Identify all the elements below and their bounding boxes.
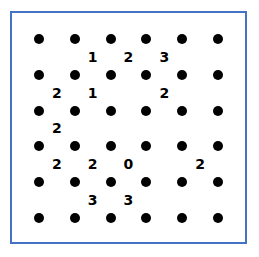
grid-dot bbox=[106, 34, 116, 44]
grid-dot bbox=[106, 141, 116, 151]
edge-gap bbox=[151, 141, 177, 151]
grid-dot bbox=[70, 34, 80, 44]
clue-cell-r1c2: 1 bbox=[80, 44, 106, 70]
clue-cell-r5c4 bbox=[151, 187, 177, 213]
edge-gap bbox=[80, 34, 106, 44]
grid-dot bbox=[34, 177, 44, 187]
clue-cell-r1c3: 2 bbox=[116, 44, 142, 70]
edge-gap bbox=[34, 187, 44, 213]
edge-gap bbox=[106, 187, 116, 213]
edge-gap bbox=[187, 34, 213, 44]
clue-cell-r1c4: 3 bbox=[151, 44, 177, 70]
clue-cell-r1c1 bbox=[44, 44, 70, 70]
grid-dot bbox=[213, 70, 223, 80]
edge-gap bbox=[34, 116, 44, 142]
grid-dot bbox=[213, 213, 223, 223]
edge-gap bbox=[34, 44, 44, 70]
edge-gap bbox=[44, 106, 70, 116]
edge-gap bbox=[151, 177, 177, 187]
clue-cell-r3c3 bbox=[116, 116, 142, 142]
grid-dot bbox=[34, 70, 44, 80]
edge-gap bbox=[106, 80, 116, 106]
grid-dot bbox=[70, 177, 80, 187]
grid-dot bbox=[106, 70, 116, 80]
grid-dot bbox=[34, 141, 44, 151]
edge-gap bbox=[44, 141, 70, 151]
grid-dot bbox=[213, 106, 223, 116]
edge-gap bbox=[141, 187, 151, 213]
edge-gap bbox=[70, 80, 80, 106]
grid-dot bbox=[106, 177, 116, 187]
edge-gap bbox=[80, 70, 106, 80]
clue-cell-r4c3: 0 bbox=[116, 151, 142, 177]
edge-gap bbox=[70, 151, 80, 177]
edge-gap bbox=[141, 151, 151, 177]
edge-gap bbox=[187, 177, 213, 187]
clue-cell-r2c3 bbox=[116, 80, 142, 106]
edge-gap bbox=[187, 106, 213, 116]
clue-cell-r4c2: 2 bbox=[80, 151, 106, 177]
grid-dot bbox=[177, 177, 187, 187]
edge-gap bbox=[70, 187, 80, 213]
edge-gap bbox=[213, 151, 223, 177]
edge-gap bbox=[213, 187, 223, 213]
clue-cell-r4c4 bbox=[151, 151, 177, 177]
edge-gap bbox=[116, 141, 142, 151]
grid-dot bbox=[141, 213, 151, 223]
edge-gap bbox=[213, 116, 223, 142]
edge-gap bbox=[177, 116, 187, 142]
edge-gap bbox=[44, 70, 70, 80]
edge-gap bbox=[151, 70, 177, 80]
grid-dot bbox=[70, 106, 80, 116]
edge-gap bbox=[34, 80, 44, 106]
edge-gap bbox=[116, 34, 142, 44]
edge-gap bbox=[187, 141, 213, 151]
edge-gap bbox=[106, 116, 116, 142]
clue-cell-r5c2: 3 bbox=[80, 187, 106, 213]
puzzle-frame-border: 1232122220233 bbox=[10, 11, 247, 244]
slitherlink-puzzle-image: 1232122220233 bbox=[0, 0, 259, 257]
grid-dot bbox=[213, 34, 223, 44]
edge-gap bbox=[44, 177, 70, 187]
edge-gap bbox=[70, 116, 80, 142]
edge-gap bbox=[213, 44, 223, 70]
grid-dot bbox=[70, 70, 80, 80]
edge-gap bbox=[213, 80, 223, 106]
clue-cell-r2c1: 2 bbox=[44, 80, 70, 106]
clue-cell-r5c1 bbox=[44, 187, 70, 213]
grid-dot bbox=[70, 141, 80, 151]
edge-gap bbox=[151, 34, 177, 44]
grid-dot bbox=[213, 177, 223, 187]
clue-cell-r2c2: 1 bbox=[80, 80, 106, 106]
grid-dot bbox=[141, 141, 151, 151]
edge-gap bbox=[141, 116, 151, 142]
grid-dot bbox=[177, 34, 187, 44]
edge-gap bbox=[106, 151, 116, 177]
edge-gap bbox=[116, 213, 142, 223]
edge-gap bbox=[187, 70, 213, 80]
grid-dot bbox=[177, 141, 187, 151]
edge-gap bbox=[44, 34, 70, 44]
grid-dot bbox=[141, 177, 151, 187]
grid-dot bbox=[34, 213, 44, 223]
edge-gap bbox=[116, 106, 142, 116]
edge-gap bbox=[187, 213, 213, 223]
grid-dot bbox=[34, 106, 44, 116]
grid-dot bbox=[106, 213, 116, 223]
edge-gap bbox=[70, 44, 80, 70]
grid-dot bbox=[141, 106, 151, 116]
grid-dot bbox=[141, 34, 151, 44]
edge-gap bbox=[80, 177, 106, 187]
clue-cell-r2c4: 2 bbox=[151, 80, 177, 106]
edge-gap bbox=[80, 213, 106, 223]
grid-dot bbox=[141, 70, 151, 80]
clue-cell-r3c4 bbox=[151, 116, 177, 142]
edge-gap bbox=[151, 106, 177, 116]
slitherlink-board: 1232122220233 bbox=[34, 34, 223, 223]
edge-gap bbox=[106, 44, 116, 70]
grid-dot bbox=[177, 213, 187, 223]
clue-cell-r3c1: 2 bbox=[44, 116, 70, 142]
clue-cell-r4c1: 2 bbox=[44, 151, 70, 177]
edge-gap bbox=[141, 44, 151, 70]
clue-cell-r5c3: 3 bbox=[116, 187, 142, 213]
edge-gap bbox=[116, 177, 142, 187]
clue-cell-r1c5 bbox=[187, 44, 213, 70]
edge-gap bbox=[177, 44, 187, 70]
clue-cell-r4c5: 2 bbox=[187, 151, 213, 177]
edge-gap bbox=[177, 80, 187, 106]
grid-dot bbox=[34, 34, 44, 44]
edge-gap bbox=[177, 187, 187, 213]
edge-gap bbox=[44, 213, 70, 223]
edge-gap bbox=[151, 213, 177, 223]
clue-cell-r3c2 bbox=[80, 116, 106, 142]
edge-gap bbox=[116, 70, 142, 80]
edge-gap bbox=[141, 80, 151, 106]
grid-dot bbox=[213, 141, 223, 151]
edge-gap bbox=[80, 106, 106, 116]
grid-dot bbox=[177, 70, 187, 80]
grid-dot bbox=[177, 106, 187, 116]
edge-gap bbox=[177, 151, 187, 177]
clue-cell-r2c5 bbox=[187, 80, 213, 106]
clue-cell-r3c5 bbox=[187, 116, 213, 142]
grid-dot bbox=[70, 213, 80, 223]
edge-gap bbox=[80, 141, 106, 151]
edge-gap bbox=[34, 151, 44, 177]
grid-dot bbox=[106, 106, 116, 116]
clue-cell-r5c5 bbox=[187, 187, 213, 213]
